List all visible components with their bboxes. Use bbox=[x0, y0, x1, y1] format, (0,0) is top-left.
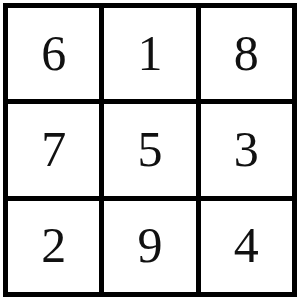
grid-cell-r2c2: 4 bbox=[201, 201, 292, 292]
cell-value: 4 bbox=[234, 220, 259, 270]
magic-square-board: 6 1 8 7 5 3 2 9 4 bbox=[3, 3, 297, 297]
cell-value: 3 bbox=[234, 124, 259, 174]
cell-value: 1 bbox=[137, 28, 162, 78]
cell-value: 6 bbox=[41, 28, 66, 78]
grid-cell-r0c2: 8 bbox=[201, 8, 292, 99]
grid-cell-r2c1: 9 bbox=[104, 201, 195, 292]
cell-value: 8 bbox=[234, 28, 259, 78]
grid-cell-r0c1: 1 bbox=[104, 8, 195, 99]
cell-value: 2 bbox=[41, 220, 66, 270]
magic-square-diagram: 6 1 8 7 5 3 2 9 4 bbox=[0, 0, 300, 300]
grid-cell-r1c2: 3 bbox=[201, 104, 292, 195]
cell-value: 5 bbox=[137, 124, 162, 174]
grid-cell-r1c0: 7 bbox=[8, 104, 99, 195]
cell-value: 7 bbox=[41, 124, 66, 174]
grid-cell-r1c1: 5 bbox=[104, 104, 195, 195]
cell-value: 9 bbox=[137, 220, 162, 270]
grid-cell-r2c0: 2 bbox=[8, 201, 99, 292]
grid-cell-r0c0: 6 bbox=[8, 8, 99, 99]
